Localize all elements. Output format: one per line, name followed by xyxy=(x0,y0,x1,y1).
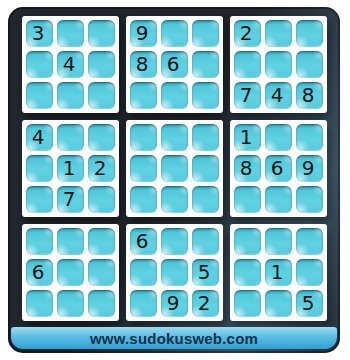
box-r2c1: 4127 xyxy=(22,120,119,217)
sudoku-board: 349862748412718696659215 www.sudokusweb.… xyxy=(8,7,340,353)
cell-r8c4[interactable] xyxy=(130,259,157,286)
cell-r1c9[interactable] xyxy=(296,20,323,47)
cell-r6c2: 7 xyxy=(57,186,84,213)
cell-r9c6: 2 xyxy=(192,290,219,317)
cell-r9c4[interactable] xyxy=(130,290,157,317)
cell-r4c9[interactable] xyxy=(296,124,323,151)
cell-r2c5: 6 xyxy=(161,51,188,78)
cell-r5c6[interactable] xyxy=(192,155,219,182)
cell-r1c2[interactable] xyxy=(57,20,84,47)
cell-r8c3[interactable] xyxy=(88,259,115,286)
cell-r2c4: 8 xyxy=(130,51,157,78)
cell-r2c3[interactable] xyxy=(88,51,115,78)
cell-r3c3[interactable] xyxy=(88,82,115,109)
cell-r4c3[interactable] xyxy=(88,124,115,151)
given-digit: 8 xyxy=(240,158,253,178)
cell-r7c7[interactable] xyxy=(234,228,261,255)
given-digit: 6 xyxy=(167,54,180,74)
given-digit: 4 xyxy=(32,127,45,147)
cell-r1c8[interactable] xyxy=(265,20,292,47)
cell-r7c2[interactable] xyxy=(57,228,84,255)
cell-r6c6[interactable] xyxy=(192,186,219,213)
given-digit: 8 xyxy=(136,54,149,74)
cell-r3c6[interactable] xyxy=(192,82,219,109)
box-r1c1: 34 xyxy=(22,16,119,113)
cell-r5c9: 9 xyxy=(296,155,323,182)
cell-r9c7[interactable] xyxy=(234,290,261,317)
given-digit: 4 xyxy=(63,54,76,74)
cell-r1c6[interactable] xyxy=(192,20,219,47)
cell-r3c7: 7 xyxy=(234,82,261,109)
cell-r9c1[interactable] xyxy=(26,290,53,317)
cell-r8c5[interactable] xyxy=(161,259,188,286)
given-digit: 1 xyxy=(63,158,76,178)
cell-r5c8: 6 xyxy=(265,155,292,182)
cell-r2c6[interactable] xyxy=(192,51,219,78)
site-link[interactable]: www.sudokusweb.com xyxy=(90,330,258,347)
cell-r8c9[interactable] xyxy=(296,259,323,286)
given-digit: 1 xyxy=(240,127,253,147)
cell-r7c5[interactable] xyxy=(161,228,188,255)
cell-r3c2[interactable] xyxy=(57,82,84,109)
cell-r1c1: 3 xyxy=(26,20,53,47)
cell-r7c8[interactable] xyxy=(265,228,292,255)
cell-r6c1[interactable] xyxy=(26,186,53,213)
given-digit: 6 xyxy=(271,158,284,178)
box-r2c2 xyxy=(126,120,223,217)
cell-r5c1[interactable] xyxy=(26,155,53,182)
given-digit: 8 xyxy=(302,85,315,105)
cell-r8c7[interactable] xyxy=(234,259,261,286)
cell-r1c5[interactable] xyxy=(161,20,188,47)
given-digit: 9 xyxy=(136,23,149,43)
given-digit: 2 xyxy=(198,293,211,313)
cell-r7c4: 6 xyxy=(130,228,157,255)
cell-r3c1[interactable] xyxy=(26,82,53,109)
box-r3c1: 6 xyxy=(22,224,119,321)
cell-r9c9: 5 xyxy=(296,290,323,317)
cell-r4c8[interactable] xyxy=(265,124,292,151)
cell-r4c6[interactable] xyxy=(192,124,219,151)
cell-r4c5[interactable] xyxy=(161,124,188,151)
cell-r3c8: 4 xyxy=(265,82,292,109)
cell-r6c7[interactable] xyxy=(234,186,261,213)
box-r3c3: 15 xyxy=(230,224,327,321)
cell-r3c4[interactable] xyxy=(130,82,157,109)
cell-r2c9[interactable] xyxy=(296,51,323,78)
cell-r7c1[interactable] xyxy=(26,228,53,255)
cell-r8c6: 5 xyxy=(192,259,219,286)
cell-r7c3[interactable] xyxy=(88,228,115,255)
cell-r9c8[interactable] xyxy=(265,290,292,317)
cell-r8c8: 1 xyxy=(265,259,292,286)
cell-r2c8[interactable] xyxy=(265,51,292,78)
cell-r3c9: 8 xyxy=(296,82,323,109)
cell-r9c3[interactable] xyxy=(88,290,115,317)
cell-r5c3: 2 xyxy=(88,155,115,182)
cell-r5c5[interactable] xyxy=(161,155,188,182)
cell-r2c2: 4 xyxy=(57,51,84,78)
given-digit: 1 xyxy=(271,262,284,282)
given-digit: 3 xyxy=(32,23,45,43)
cell-r6c3[interactable] xyxy=(88,186,115,213)
cell-r2c7[interactable] xyxy=(234,51,261,78)
cell-r5c4[interactable] xyxy=(130,155,157,182)
cell-r8c1: 6 xyxy=(26,259,53,286)
cell-r5c7: 8 xyxy=(234,155,261,182)
cell-r4c7: 1 xyxy=(234,124,261,151)
footer-bar: www.sudokusweb.com xyxy=(11,327,337,349)
cell-r6c9[interactable] xyxy=(296,186,323,213)
cell-r4c1: 4 xyxy=(26,124,53,151)
given-digit: 9 xyxy=(167,293,180,313)
box-r1c2: 986 xyxy=(126,16,223,113)
cell-r6c4[interactable] xyxy=(130,186,157,213)
sudoku-grid: 349862748412718696659215 xyxy=(8,7,340,324)
cell-r7c6[interactable] xyxy=(192,228,219,255)
cell-r7c9[interactable] xyxy=(296,228,323,255)
given-digit: 5 xyxy=(302,293,315,313)
given-digit: 5 xyxy=(198,262,211,282)
given-digit: 6 xyxy=(32,262,45,282)
given-digit: 2 xyxy=(240,23,253,43)
cell-r6c8[interactable] xyxy=(265,186,292,213)
given-digit: 2 xyxy=(94,158,107,178)
cell-r1c3[interactable] xyxy=(88,20,115,47)
box-r2c3: 1869 xyxy=(230,120,327,217)
cell-r4c4[interactable] xyxy=(130,124,157,151)
cell-r5c2: 1 xyxy=(57,155,84,182)
cell-r3c5[interactable] xyxy=(161,82,188,109)
cell-r9c5: 9 xyxy=(161,290,188,317)
given-digit: 9 xyxy=(302,158,315,178)
given-digit: 4 xyxy=(271,85,284,105)
cell-r1c7: 2 xyxy=(234,20,261,47)
cell-r4c2[interactable] xyxy=(57,124,84,151)
cell-r2c1[interactable] xyxy=(26,51,53,78)
cell-r6c5[interactable] xyxy=(161,186,188,213)
given-digit: 6 xyxy=(136,231,149,251)
cell-r9c2[interactable] xyxy=(57,290,84,317)
cell-r1c4: 9 xyxy=(130,20,157,47)
given-digit: 7 xyxy=(240,85,253,105)
cell-r8c2[interactable] xyxy=(57,259,84,286)
box-r3c2: 6592 xyxy=(126,224,223,321)
given-digit: 7 xyxy=(63,189,76,209)
box-r1c3: 2748 xyxy=(230,16,327,113)
